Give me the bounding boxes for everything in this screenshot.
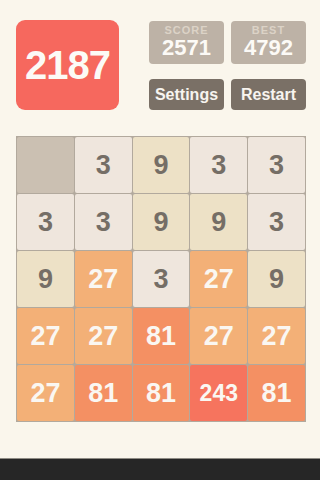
tile-r2c1: 3: [17, 194, 74, 250]
best-value: 4792: [244, 36, 293, 60]
score-box: SCORE 2571: [149, 21, 224, 64]
tile-r5c4: 243: [190, 365, 247, 421]
tile-r5c2: 81: [75, 365, 132, 421]
tile-r5c1: 27: [17, 365, 74, 421]
tile-r1c3: 9: [133, 137, 190, 193]
app-screen: 2187 SCORE 2571 BEST 4792 Settings Resta…: [0, 0, 320, 480]
tile-r2c4: 9: [190, 194, 247, 250]
best-box: BEST 4792: [231, 21, 306, 64]
tile-r3c4: 27: [190, 251, 247, 307]
tile-r1c4: 3: [190, 137, 247, 193]
restart-button[interactable]: Restart: [231, 79, 306, 110]
tile-r3c5: 9: [248, 251, 305, 307]
tile-r5c3: 81: [133, 365, 190, 421]
goal-tile-value: 2187: [25, 43, 110, 88]
tile-r2c3: 9: [133, 194, 190, 250]
tile-r4c3: 81: [133, 308, 190, 364]
tile-r2c2: 3: [75, 194, 132, 250]
tile-r3c3: 3: [133, 251, 190, 307]
game-board[interactable]: 3 9 3 3 3 3 9 9 3 9 27 3 27 9 27 27 81 2…: [16, 136, 306, 422]
tile-r3c2: 27: [75, 251, 132, 307]
tile-r4c4: 27: [190, 308, 247, 364]
tile-r4c5: 27: [248, 308, 305, 364]
tile-r4c1: 27: [17, 308, 74, 364]
tile-r5c5: 81: [248, 365, 305, 421]
tile-r2c5: 3: [248, 194, 305, 250]
tile-r1c2: 3: [75, 137, 132, 193]
tile-r1c5: 3: [248, 137, 305, 193]
tile-r3c1: 9: [17, 251, 74, 307]
tile-r4c2: 27: [75, 308, 132, 364]
goal-tile-2187: 2187: [16, 20, 119, 110]
settings-button[interactable]: Settings: [149, 79, 224, 110]
bottom-system-bar: [0, 458, 320, 480]
tile-r1c1: [17, 137, 74, 193]
score-value: 2571: [162, 36, 211, 60]
